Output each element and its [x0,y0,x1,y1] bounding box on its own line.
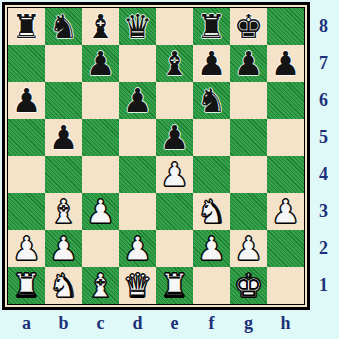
square-g1[interactable]: ♚ [230,267,267,304]
chess-diagram: ♜♞♝♛♜♚♟♝♟♟♟♟♟♞♟♟♟♝♟♞♟♟♟♟♟♟♜♞♝♛♜♚ 8765432… [0,0,339,339]
piece-white-knight: ♞ [49,267,79,304]
square-h8[interactable] [267,8,304,45]
square-d6[interactable]: ♟ [119,82,156,119]
piece-white-pawn: ♟ [234,230,264,267]
piece-black-knight: ♞ [197,82,227,119]
piece-white-pawn: ♟ [12,230,42,267]
piece-white-bishop: ♝ [86,267,116,304]
square-b8[interactable]: ♞ [45,8,82,45]
piece-white-rook: ♜ [12,267,42,304]
square-a5[interactable] [8,119,45,156]
piece-black-knight: ♞ [49,8,79,45]
piece-black-pawn: ♟ [160,119,190,156]
piece-white-pawn: ♟ [86,193,116,230]
square-f5[interactable] [193,119,230,156]
piece-black-bishop: ♝ [86,8,116,45]
chess-board-grid: ♜♞♝♛♜♚♟♝♟♟♟♟♟♞♟♟♟♝♟♞♟♟♟♟♟♟♜♞♝♛♜♚ [8,8,304,304]
file-label-d: d [119,308,156,339]
square-f1[interactable] [193,267,230,304]
rank-label-7: 7 [308,45,339,82]
square-c4[interactable] [82,156,119,193]
piece-black-bishop: ♝ [160,45,190,82]
square-f6[interactable]: ♞ [193,82,230,119]
square-e3[interactable] [156,193,193,230]
file-label-h: h [267,308,304,339]
square-c2[interactable] [82,230,119,267]
square-f7[interactable]: ♟ [193,45,230,82]
chess-board-inner-frame: ♜♞♝♛♜♚♟♝♟♟♟♟♟♞♟♟♟♝♟♞♟♟♟♟♟♟♜♞♝♛♜♚ [7,7,305,305]
rank-label-2: 2 [308,230,339,267]
square-c1[interactable]: ♝ [82,267,119,304]
square-e7[interactable]: ♝ [156,45,193,82]
rank-label-8: 8 [308,8,339,45]
piece-white-pawn: ♟ [49,230,79,267]
square-h5[interactable] [267,119,304,156]
square-d3[interactable] [119,193,156,230]
square-g2[interactable]: ♟ [230,230,267,267]
file-label-a: a [8,308,45,339]
square-a7[interactable] [8,45,45,82]
square-b4[interactable] [45,156,82,193]
piece-white-pawn: ♟ [123,230,153,267]
piece-black-queen: ♛ [123,8,153,45]
square-h1[interactable] [267,267,304,304]
square-b7[interactable] [45,45,82,82]
file-label-b: b [45,308,82,339]
square-e1[interactable]: ♜ [156,267,193,304]
square-c5[interactable] [82,119,119,156]
piece-black-king: ♚ [234,8,264,45]
square-a8[interactable]: ♜ [8,8,45,45]
square-d1[interactable]: ♛ [119,267,156,304]
square-e6[interactable] [156,82,193,119]
square-c7[interactable]: ♟ [82,45,119,82]
file-labels: abcdefgh [8,308,304,339]
square-g7[interactable]: ♟ [230,45,267,82]
rank-label-6: 6 [308,82,339,119]
square-b6[interactable] [45,82,82,119]
piece-black-pawn: ♟ [86,45,116,82]
square-f3[interactable]: ♞ [193,193,230,230]
square-b3[interactable]: ♝ [45,193,82,230]
piece-black-pawn: ♟ [197,45,227,82]
square-d7[interactable] [119,45,156,82]
square-h2[interactable] [267,230,304,267]
square-h3[interactable]: ♟ [267,193,304,230]
square-e2[interactable] [156,230,193,267]
square-a1[interactable]: ♜ [8,267,45,304]
piece-black-pawn: ♟ [12,82,42,119]
square-a3[interactable] [8,193,45,230]
square-c6[interactable] [82,82,119,119]
square-f4[interactable] [193,156,230,193]
square-e8[interactable] [156,8,193,45]
square-g6[interactable] [230,82,267,119]
square-h4[interactable] [267,156,304,193]
square-c3[interactable]: ♟ [82,193,119,230]
square-h6[interactable] [267,82,304,119]
square-g4[interactable] [230,156,267,193]
piece-white-pawn: ♟ [271,193,301,230]
square-e4[interactable]: ♟ [156,156,193,193]
rank-label-5: 5 [308,119,339,156]
square-g5[interactable] [230,119,267,156]
rank-label-4: 4 [308,156,339,193]
square-d5[interactable] [119,119,156,156]
square-a2[interactable]: ♟ [8,230,45,267]
square-g3[interactable] [230,193,267,230]
piece-white-king: ♚ [234,267,264,304]
square-h7[interactable]: ♟ [267,45,304,82]
rank-label-1: 1 [308,267,339,304]
square-b2[interactable]: ♟ [45,230,82,267]
square-d2[interactable]: ♟ [119,230,156,267]
square-d4[interactable] [119,156,156,193]
piece-black-rook: ♜ [12,8,42,45]
piece-white-pawn: ♟ [160,156,190,193]
piece-black-pawn: ♟ [123,82,153,119]
file-label-c: c [82,308,119,339]
square-b1[interactable]: ♞ [45,267,82,304]
piece-white-queen: ♛ [123,267,153,304]
rank-labels: 87654321 [308,8,339,304]
square-b5[interactable]: ♟ [45,119,82,156]
piece-white-knight: ♞ [197,193,227,230]
file-label-g: g [230,308,267,339]
square-c8[interactable]: ♝ [82,8,119,45]
piece-white-pawn: ♟ [197,230,227,267]
piece-black-pawn: ♟ [271,45,301,82]
piece-black-pawn: ♟ [49,119,79,156]
square-a6[interactable]: ♟ [8,82,45,119]
piece-white-bishop: ♝ [49,193,79,230]
file-label-e: e [156,308,193,339]
square-d8[interactable]: ♛ [119,8,156,45]
piece-white-rook: ♜ [160,267,190,304]
file-label-f: f [193,308,230,339]
rank-label-3: 3 [308,193,339,230]
square-f2[interactable]: ♟ [193,230,230,267]
square-e5[interactable]: ♟ [156,119,193,156]
square-f8[interactable]: ♜ [193,8,230,45]
square-a4[interactable] [8,156,45,193]
chess-board: ♜♞♝♛♜♚♟♝♟♟♟♟♟♞♟♟♟♝♟♞♟♟♟♟♟♟♜♞♝♛♜♚ [2,2,310,310]
piece-black-pawn: ♟ [234,45,264,82]
piece-black-rook: ♜ [197,8,227,45]
square-g8[interactable]: ♚ [230,8,267,45]
